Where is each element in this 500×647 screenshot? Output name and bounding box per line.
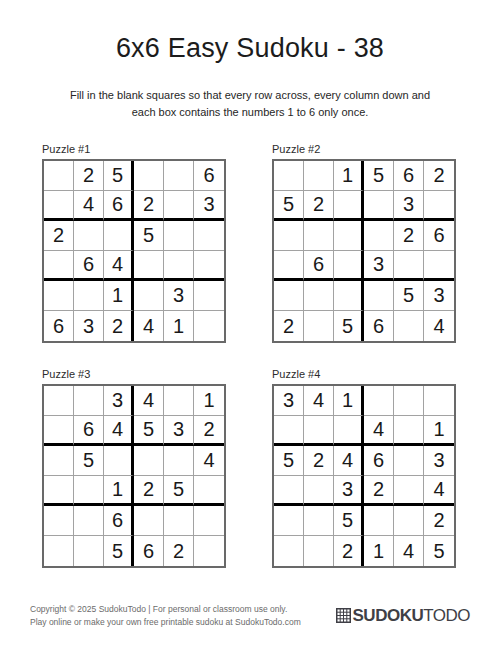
puzzle-1-cell-r6c3: 2 [104, 311, 134, 341]
puzzle-3-cell-r5c3: 6 [104, 506, 134, 536]
puzzle-2-cell-r3c3 [334, 221, 364, 251]
puzzle-2-cell-r6c2 [304, 311, 334, 341]
puzzle-1-cell-r6c2: 3 [74, 311, 104, 341]
puzzle-3-cell-r3c2: 5 [74, 446, 104, 476]
puzzle-4-cell-r2c1 [274, 416, 304, 446]
puzzle-4-cell-r4c4: 2 [364, 476, 394, 506]
puzzle-3-cell-r3c6: 4 [194, 446, 224, 476]
puzzle-3-cell-r2c4: 5 [134, 416, 164, 446]
puzzle-2-cell-r3c4 [364, 221, 394, 251]
puzzle-2-cell-r1c1 [274, 161, 304, 191]
puzzle-2-cell-r5c5: 5 [394, 281, 424, 311]
puzzle-4-cell-r4c2 [304, 476, 334, 506]
puzzle-2-cell-r1c4: 5 [364, 161, 394, 191]
puzzle-3-cell-r5c1 [44, 506, 74, 536]
puzzle-2-cell-r4c4: 3 [364, 251, 394, 281]
puzzle-1-cell-r5c5: 3 [164, 281, 194, 311]
puzzle-4-label: Puzzle #4 [272, 368, 460, 380]
puzzle-2-cell-r3c2 [304, 221, 334, 251]
puzzle-1-cell-r5c3: 1 [104, 281, 134, 311]
puzzle-4-cell-r1c3: 1 [334, 386, 364, 416]
puzzle-1-cell-r4c5 [164, 251, 194, 281]
puzzle-4-cell-r6c2 [304, 536, 334, 566]
puzzle-3-cell-r5c6 [194, 506, 224, 536]
puzzle-1-cell-r1c2: 2 [74, 161, 104, 191]
puzzle-4-cell-r5c3: 5 [334, 506, 364, 536]
logo-text-todo: TODO [423, 606, 470, 625]
puzzle-2-cell-r1c6: 2 [424, 161, 454, 191]
puzzle-3: Puzzle #3 34164532541256562 [42, 368, 230, 568]
sudokutodo-logo: SUDOKUTODO [336, 606, 470, 626]
puzzle-4-cell-r3c1: 5 [274, 446, 304, 476]
puzzle-2-cell-r3c6: 6 [424, 221, 454, 251]
puzzle-1-cell-r1c3: 5 [104, 161, 134, 191]
page-title: 6x6 Easy Sudoku - 38 [0, 33, 500, 64]
logo-text-sudoku: SUDOKU [353, 606, 424, 625]
puzzle-1-cell-r3c5 [164, 221, 194, 251]
puzzle-2-cell-r6c5 [394, 311, 424, 341]
puzzle-4-cell-r6c3: 2 [334, 536, 364, 566]
puzzle-3-cell-r3c5 [164, 446, 194, 476]
puzzle-3-cell-r6c6 [194, 536, 224, 566]
puzzle-1-cell-r6c4: 4 [134, 311, 164, 341]
puzzle-3-cell-r6c3: 5 [104, 536, 134, 566]
puzzle-4-cell-r5c5 [394, 506, 424, 536]
puzzle-2-cell-r4c6 [424, 251, 454, 281]
puzzle-1-label: Puzzle #1 [42, 143, 230, 155]
puzzle-3-cell-r1c3: 3 [104, 386, 134, 416]
puzzle-2-cell-r2c5: 3 [394, 191, 424, 221]
puzzle-2-cell-r3c5: 2 [394, 221, 424, 251]
puzzle-1-cell-r2c6: 3 [194, 191, 224, 221]
puzzle-2-cell-r5c2 [304, 281, 334, 311]
puzzle-4-cell-r2c5 [394, 416, 424, 446]
puzzle-4-cell-r4c6: 4 [424, 476, 454, 506]
puzzle-2-cell-r5c1 [274, 281, 304, 311]
puzzle-4-cell-r3c5 [394, 446, 424, 476]
puzzle-sheet: Puzzle #1 256462325641363241 Puzzle #2 1… [0, 143, 460, 568]
puzzle-4-grid: 3414152463324522145 [272, 384, 456, 568]
puzzle-4-cell-r1c5 [394, 386, 424, 416]
puzzle-3-cell-r3c3 [104, 446, 134, 476]
puzzle-1-cell-r3c1: 2 [44, 221, 74, 251]
puzzle-2-cell-r5c4 [364, 281, 394, 311]
puzzle-1-cell-r1c1 [44, 161, 74, 191]
puzzle-2-cell-r3c1 [274, 221, 304, 251]
copyright-line1: Copyright © 2025 SudokuTodo | For person… [30, 604, 287, 614]
puzzle-3-cell-r4c4: 2 [134, 476, 164, 506]
puzzle-3-cell-r1c4: 4 [134, 386, 164, 416]
instructions-line1: Fill in the blank squares so that every … [70, 89, 430, 101]
puzzle-3-cell-r5c4 [134, 506, 164, 536]
puzzle-1-cell-r2c1 [44, 191, 74, 221]
puzzle-4-cell-r3c6: 3 [424, 446, 454, 476]
puzzle-2-grid: 15625232663532564 [272, 159, 456, 343]
puzzle-4-cell-r2c6: 1 [424, 416, 454, 446]
instructions-line2: each box contains the numbers 1 to 6 onl… [132, 106, 369, 118]
puzzle-1-grid: 256462325641363241 [42, 159, 226, 343]
puzzle-1-cell-r6c5: 1 [164, 311, 194, 341]
puzzle-2-cell-r4c3 [334, 251, 364, 281]
copyright-line2: Play online or make your own free printa… [30, 617, 301, 627]
puzzle-1-cell-r6c6 [194, 311, 224, 341]
puzzle-4-cell-r6c5: 4 [394, 536, 424, 566]
puzzle-4-cell-r5c6: 2 [424, 506, 454, 536]
puzzle-1-cell-r4c1 [44, 251, 74, 281]
puzzle-3-cell-r1c1 [44, 386, 74, 416]
puzzle-1-cell-r2c3: 6 [104, 191, 134, 221]
puzzle-2-cell-r1c5: 6 [394, 161, 424, 191]
puzzle-3-cell-r4c3: 1 [104, 476, 134, 506]
puzzle-4-cell-r6c1 [274, 536, 304, 566]
puzzle-2-cell-r2c6 [424, 191, 454, 221]
puzzle-2-cell-r6c6: 4 [424, 311, 454, 341]
puzzle-1-cell-r5c4 [134, 281, 164, 311]
puzzle-4-cell-r5c4 [364, 506, 394, 536]
puzzle-1-cell-r2c5 [164, 191, 194, 221]
puzzle-3-cell-r3c1 [44, 446, 74, 476]
puzzle-3-cell-r6c4: 6 [134, 536, 164, 566]
copyright-text: Copyright © 2025 SudokuTodo | For person… [30, 603, 301, 629]
puzzle-4-cell-r5c2 [304, 506, 334, 536]
instructions: Fill in the blank squares so that every … [0, 87, 500, 120]
puzzle-3-cell-r1c2 [74, 386, 104, 416]
puzzle-2-cell-r2c3 [334, 191, 364, 221]
puzzle-3-cell-r2c2: 6 [74, 416, 104, 446]
puzzle-3-cell-r2c6: 2 [194, 416, 224, 446]
puzzle-4-cell-r2c4: 4 [364, 416, 394, 446]
puzzle-3-cell-r5c2 [74, 506, 104, 536]
puzzle-4-cell-r3c4: 6 [364, 446, 394, 476]
puzzle-2-cell-r4c5 [394, 251, 424, 281]
puzzle-3-cell-r1c5 [164, 386, 194, 416]
puzzle-2-label: Puzzle #2 [272, 143, 460, 155]
puzzle-1-cell-r1c6: 6 [194, 161, 224, 191]
puzzle-3-cell-r2c1 [44, 416, 74, 446]
puzzle-3-cell-r2c5: 3 [164, 416, 194, 446]
puzzle-4-cell-r6c4: 1 [364, 536, 394, 566]
puzzle-4-cell-r1c1: 3 [274, 386, 304, 416]
puzzle-2-cell-r4c1 [274, 251, 304, 281]
puzzle-3-label: Puzzle #3 [42, 368, 230, 380]
puzzle-2-cell-r2c1: 5 [274, 191, 304, 221]
puzzle-4-cell-r4c5 [394, 476, 424, 506]
puzzle-1-cell-r5c1 [44, 281, 74, 311]
puzzle-4-cell-r6c6: 5 [424, 536, 454, 566]
puzzle-1-cell-r3c3 [104, 221, 134, 251]
puzzle-3-cell-r6c2 [74, 536, 104, 566]
puzzle-4-cell-r2c2 [304, 416, 334, 446]
puzzle-1-cell-r5c6 [194, 281, 224, 311]
puzzle-2-cell-r1c2 [304, 161, 334, 191]
puzzle-4-cell-r2c3 [334, 416, 364, 446]
puzzle-4-cell-r5c1 [274, 506, 304, 536]
puzzle-2-cell-r4c2: 6 [304, 251, 334, 281]
puzzle-1-cell-r2c4: 2 [134, 191, 164, 221]
puzzle-1-cell-r3c6 [194, 221, 224, 251]
puzzle-2-cell-r6c3: 5 [334, 311, 364, 341]
puzzle-4-cell-r3c2: 2 [304, 446, 334, 476]
puzzle-2: Puzzle #2 15625232663532564 [272, 143, 460, 343]
grid-logo-icon [336, 608, 351, 623]
puzzle-2-cell-r6c1: 2 [274, 311, 304, 341]
puzzle-3-cell-r3c4 [134, 446, 164, 476]
puzzle-1-cell-r5c2 [74, 281, 104, 311]
puzzle-2-cell-r2c4 [364, 191, 394, 221]
puzzle-1-cell-r4c4 [134, 251, 164, 281]
logo-text: SUDOKUTODO [353, 606, 470, 626]
puzzle-1-cell-r3c4: 5 [134, 221, 164, 251]
puzzle-3-cell-r5c5 [164, 506, 194, 536]
puzzle-1-cell-r3c2 [74, 221, 104, 251]
puzzle-1-cell-r4c2: 6 [74, 251, 104, 281]
puzzle-4: Puzzle #4 3414152463324522145 [272, 368, 460, 568]
puzzle-3-cell-r6c5: 2 [164, 536, 194, 566]
puzzle-4-cell-r4c3: 3 [334, 476, 364, 506]
puzzle-2-cell-r1c3: 1 [334, 161, 364, 191]
puzzle-1-cell-r1c4 [134, 161, 164, 191]
puzzle-2-cell-r5c3 [334, 281, 364, 311]
puzzle-4-cell-r1c4 [364, 386, 394, 416]
puzzle-4-cell-r1c6 [424, 386, 454, 416]
puzzle-2-cell-r2c2: 2 [304, 191, 334, 221]
puzzle-3-cell-r4c1 [44, 476, 74, 506]
puzzle-2-cell-r5c6: 3 [424, 281, 454, 311]
puzzle-1-cell-r6c1: 6 [44, 311, 74, 341]
puzzle-1-cell-r4c3: 4 [104, 251, 134, 281]
puzzle-4-cell-r4c1 [274, 476, 304, 506]
puzzle-3-cell-r1c6: 1 [194, 386, 224, 416]
puzzle-3-cell-r6c1 [44, 536, 74, 566]
puzzle-3-cell-r4c2 [74, 476, 104, 506]
puzzle-1-cell-r2c2: 4 [74, 191, 104, 221]
page-footer: Copyright © 2025 SudokuTodo | For person… [0, 603, 500, 629]
puzzle-4-cell-r1c2: 4 [304, 386, 334, 416]
puzzle-2-cell-r6c4: 6 [364, 311, 394, 341]
puzzle-3-cell-r4c5: 5 [164, 476, 194, 506]
puzzle-1-cell-r4c6 [194, 251, 224, 281]
puzzle-1: Puzzle #1 256462325641363241 [42, 143, 230, 343]
puzzle-3-cell-r4c6 [194, 476, 224, 506]
puzzle-3-grid: 34164532541256562 [42, 384, 226, 568]
puzzle-1-cell-r1c5 [164, 161, 194, 191]
puzzle-3-cell-r2c3: 4 [104, 416, 134, 446]
puzzle-4-cell-r3c3: 4 [334, 446, 364, 476]
